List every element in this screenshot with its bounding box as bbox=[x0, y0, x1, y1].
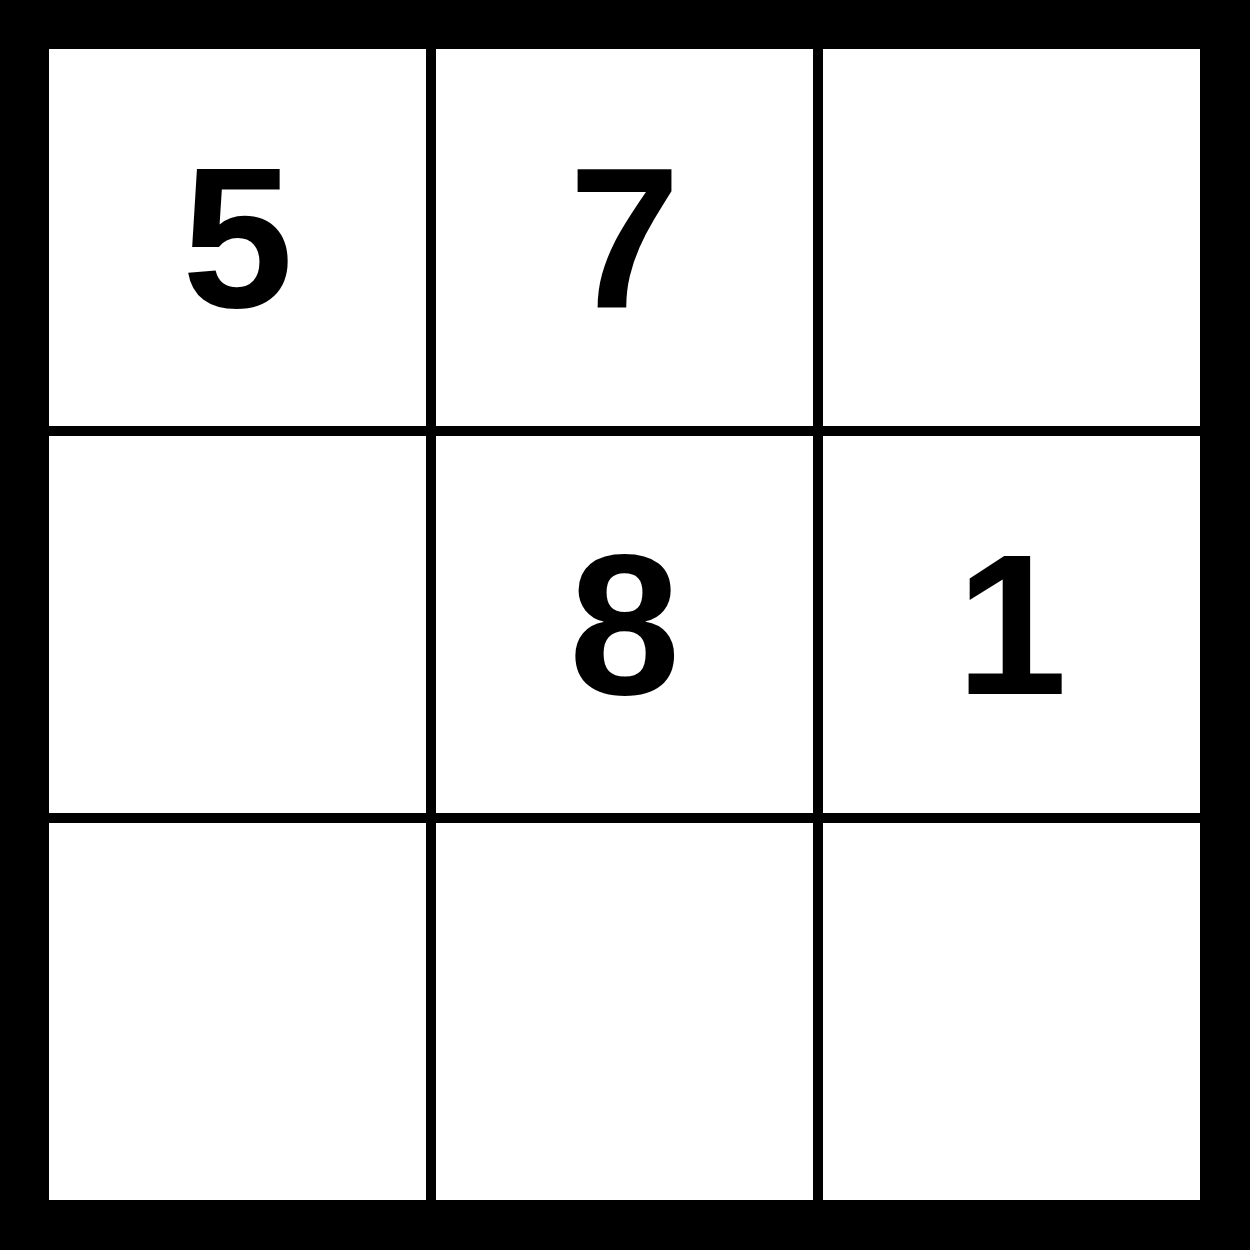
puzzle-grid: 5 7 8 1 bbox=[49, 49, 1200, 1200]
cell-r1c2[interactable]: 7 bbox=[436, 49, 813, 426]
cell-r2c2[interactable]: 8 bbox=[436, 436, 813, 813]
cell-r2c3[interactable]: 1 bbox=[823, 436, 1200, 813]
puzzle-board: 5 7 8 1 bbox=[0, 0, 1250, 1250]
cell-r1c1[interactable]: 5 bbox=[49, 49, 426, 426]
cell-r3c1[interactable] bbox=[49, 823, 426, 1200]
cell-r1c3[interactable] bbox=[823, 49, 1200, 426]
cell-r2c1[interactable] bbox=[49, 436, 426, 813]
cell-r3c3[interactable] bbox=[823, 823, 1200, 1200]
cell-r3c2[interactable] bbox=[436, 823, 813, 1200]
